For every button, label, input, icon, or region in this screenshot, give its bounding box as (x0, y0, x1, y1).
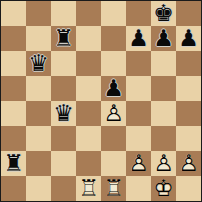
square-h4[interactable] (176, 101, 201, 126)
square-e1[interactable]: ♜♖ (101, 176, 126, 201)
piece-outline-glyph: ♙ (126, 151, 151, 176)
piece-outline-glyph: ♔ (151, 176, 176, 201)
square-h6[interactable] (176, 51, 201, 76)
square-a4[interactable] (1, 101, 26, 126)
piece-black-queen[interactable]: ♛ (51, 101, 76, 126)
square-g7[interactable]: ♟ (151, 26, 176, 51)
square-e7[interactable] (101, 26, 126, 51)
square-d2[interactable] (76, 151, 101, 176)
square-h7[interactable]: ♟ (176, 26, 201, 51)
square-h8[interactable] (176, 1, 201, 26)
square-b1[interactable] (26, 176, 51, 201)
piece-black-pawn[interactable]: ♟ (126, 26, 151, 51)
square-g1[interactable]: ♚♔ (151, 176, 176, 201)
square-c4[interactable]: ♛ (51, 101, 76, 126)
square-d5[interactable] (76, 76, 101, 101)
square-h5[interactable] (176, 76, 201, 101)
piece-outline-glyph: ♙ (151, 151, 176, 176)
square-f4[interactable] (126, 101, 151, 126)
square-e3[interactable] (101, 126, 126, 151)
piece-outline-glyph: ♙ (101, 101, 126, 126)
piece-white-pawn[interactable]: ♟♙ (151, 151, 176, 176)
square-h3[interactable] (176, 126, 201, 151)
square-f6[interactable] (126, 51, 151, 76)
square-e6[interactable] (101, 51, 126, 76)
square-b4[interactable] (26, 101, 51, 126)
square-a3[interactable] (1, 126, 26, 151)
square-b3[interactable] (26, 126, 51, 151)
square-c1[interactable] (51, 176, 76, 201)
piece-black-queen[interactable]: ♛ (26, 51, 51, 76)
piece-black-rook[interactable]: ♜ (51, 26, 76, 51)
square-f2[interactable]: ♟♙ (126, 151, 151, 176)
square-c3[interactable] (51, 126, 76, 151)
square-b5[interactable] (26, 76, 51, 101)
square-g6[interactable] (151, 51, 176, 76)
square-d1[interactable]: ♜♖ (76, 176, 101, 201)
square-f5[interactable] (126, 76, 151, 101)
square-g4[interactable] (151, 101, 176, 126)
square-c2[interactable] (51, 151, 76, 176)
piece-white-king[interactable]: ♚♔ (151, 176, 176, 201)
square-e5[interactable]: ♟ (101, 76, 126, 101)
piece-white-rook[interactable]: ♜♖ (101, 176, 126, 201)
square-d8[interactable] (76, 1, 101, 26)
square-c6[interactable] (51, 51, 76, 76)
square-d7[interactable] (76, 26, 101, 51)
square-d4[interactable] (76, 101, 101, 126)
square-b8[interactable] (26, 1, 51, 26)
square-d3[interactable] (76, 126, 101, 151)
square-h2[interactable]: ♟♙ (176, 151, 201, 176)
square-a1[interactable] (1, 176, 26, 201)
square-g5[interactable] (151, 76, 176, 101)
square-a6[interactable] (1, 51, 26, 76)
square-b2[interactable] (26, 151, 51, 176)
square-c5[interactable] (51, 76, 76, 101)
piece-black-pawn[interactable]: ♟ (151, 26, 176, 51)
square-c7[interactable]: ♜ (51, 26, 76, 51)
square-c8[interactable] (51, 1, 76, 26)
square-f3[interactable] (126, 126, 151, 151)
square-a8[interactable] (1, 1, 26, 26)
piece-outline-glyph: ♙ (176, 151, 201, 176)
piece-white-pawn[interactable]: ♟♙ (176, 151, 201, 176)
square-e8[interactable] (101, 1, 126, 26)
square-f7[interactable]: ♟ (126, 26, 151, 51)
square-e4[interactable]: ♟♙ (101, 101, 126, 126)
piece-black-rook[interactable]: ♜ (1, 151, 26, 176)
square-a5[interactable] (1, 76, 26, 101)
piece-white-pawn[interactable]: ♟♙ (101, 101, 126, 126)
square-g2[interactable]: ♟♙ (151, 151, 176, 176)
piece-black-pawn[interactable]: ♟ (176, 26, 201, 51)
square-e2[interactable] (101, 151, 126, 176)
piece-white-pawn[interactable]: ♟♙ (126, 151, 151, 176)
piece-outline-glyph: ♖ (76, 176, 101, 201)
square-a7[interactable] (1, 26, 26, 51)
square-b7[interactable] (26, 26, 51, 51)
piece-black-pawn[interactable]: ♟ (101, 76, 126, 101)
square-g3[interactable] (151, 126, 176, 151)
piece-white-rook[interactable]: ♜♖ (76, 176, 101, 201)
square-b6[interactable]: ♛ (26, 51, 51, 76)
square-d6[interactable] (76, 51, 101, 76)
square-f8[interactable] (126, 1, 151, 26)
piece-outline-glyph: ♖ (101, 176, 126, 201)
piece-black-king[interactable]: ♚ (151, 1, 176, 26)
square-f1[interactable] (126, 176, 151, 201)
chess-board: ♚♜♟♟♟♛♟♛♟♙♜♟♙♟♙♟♙♜♖♜♖♚♔ (0, 0, 202, 202)
square-g8[interactable]: ♚ (151, 1, 176, 26)
square-h1[interactable] (176, 176, 201, 201)
square-a2[interactable]: ♜ (1, 151, 26, 176)
